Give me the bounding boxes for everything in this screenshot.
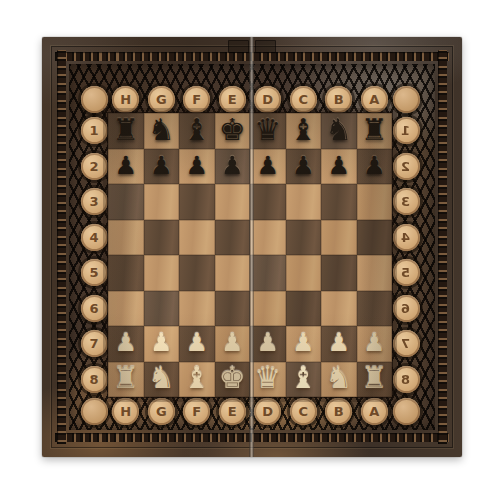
- rank-label-right-5-text: 5: [401, 266, 410, 279]
- square-c1[interactable]: ♝: [286, 113, 322, 149]
- file-label-top-b-text: B: [334, 93, 344, 106]
- piece-light-pawn[interactable]: ♟: [186, 330, 208, 355]
- square-d2[interactable]: ♟: [250, 149, 286, 185]
- file-label-bottom-a: A: [361, 398, 388, 425]
- file-label-top-c-text: C: [298, 93, 308, 106]
- file-label-bottom-g: G: [148, 398, 175, 425]
- piece-dark-pawn[interactable]: ♟: [115, 153, 137, 178]
- square-h2[interactable]: ♟: [108, 149, 144, 185]
- square-c8[interactable]: ♝: [286, 362, 322, 398]
- file-label-top-d-text: D: [262, 93, 273, 106]
- rank-label-left-5-text: 5: [89, 266, 98, 279]
- frame-end-cap-right: [255, 40, 276, 53]
- square-f6[interactable]: [179, 291, 215, 327]
- square-g1[interactable]: ♞: [144, 113, 180, 149]
- square-a6[interactable]: [357, 291, 393, 327]
- piece-dark-pawn[interactable]: ♟: [292, 153, 314, 178]
- square-e4[interactable]: [215, 220, 251, 256]
- file-label-bottom-g-text: G: [156, 405, 167, 418]
- rank-label-right-3: 3: [393, 188, 420, 215]
- carved-bead-border-top: [55, 52, 449, 61]
- file-label-bottom-d: D: [254, 398, 281, 425]
- file-label-top-h-text: H: [120, 93, 131, 106]
- square-d7[interactable]: ♟: [250, 326, 286, 362]
- square-c5[interactable]: [286, 255, 322, 291]
- piece-dark-rook[interactable]: ♜: [361, 115, 388, 145]
- frame-end-cap-left: [228, 40, 249, 53]
- piece-light-knight[interactable]: ♞: [148, 363, 175, 393]
- square-g4[interactable]: [144, 220, 180, 256]
- square-c6[interactable]: [286, 291, 322, 327]
- file-label-top-e: E: [219, 86, 246, 113]
- piece-light-pawn[interactable]: ♟: [150, 330, 172, 355]
- square-f7[interactable]: ♟: [179, 326, 215, 362]
- file-label-top-e-text: E: [228, 93, 237, 106]
- square-b2[interactable]: ♟: [321, 149, 357, 185]
- rank-label-right-7-text: 7: [401, 337, 410, 350]
- file-label-top-b: B: [325, 86, 352, 113]
- piece-dark-queen[interactable]: ♛: [254, 115, 281, 145]
- rank-label-left-5: 5: [81, 259, 108, 286]
- rank-label-left-3: 3: [81, 188, 108, 215]
- piece-light-queen[interactable]: ♛: [254, 363, 281, 393]
- piece-dark-rook[interactable]: ♜: [112, 115, 139, 145]
- carved-bead-border-bottom: [55, 433, 449, 442]
- square-h1[interactable]: ♜: [108, 113, 144, 149]
- file-label-bottom-h: H: [112, 398, 139, 425]
- rank-label-left-2: 2: [81, 153, 108, 180]
- file-label-bottom-b: B: [325, 398, 352, 425]
- piece-light-bishop[interactable]: ♝: [183, 363, 210, 393]
- file-label-bottom-a-text: A: [369, 405, 379, 418]
- piece-dark-pawn[interactable]: ♟: [257, 153, 279, 178]
- square-g6[interactable]: [144, 291, 180, 327]
- square-c3[interactable]: [286, 184, 322, 220]
- rank-label-left-4: 4: [81, 224, 108, 251]
- piece-dark-bishop[interactable]: ♝: [290, 115, 317, 145]
- file-label-top-c: C: [290, 86, 317, 113]
- square-e6[interactable]: [215, 291, 251, 327]
- square-a1[interactable]: ♜: [357, 113, 393, 149]
- rank-label-left-1-text: 1: [89, 124, 98, 137]
- square-a3[interactable]: [357, 184, 393, 220]
- square-b3[interactable]: [321, 184, 357, 220]
- square-e2[interactable]: ♟: [215, 149, 251, 185]
- square-a2[interactable]: ♟: [357, 149, 393, 185]
- square-f2[interactable]: ♟: [179, 149, 215, 185]
- square-e3[interactable]: [215, 184, 251, 220]
- file-label-bottom-c: C: [290, 398, 317, 425]
- rank-label-right-5: 5: [393, 259, 420, 286]
- square-f1[interactable]: ♝: [179, 113, 215, 149]
- square-h8[interactable]: ♜: [108, 362, 144, 398]
- file-label-top-f: F: [183, 86, 210, 113]
- square-b1[interactable]: ♞: [321, 113, 357, 149]
- piece-light-pawn[interactable]: ♟: [221, 330, 243, 355]
- square-f4[interactable]: [179, 220, 215, 256]
- square-f8[interactable]: ♝: [179, 362, 215, 398]
- piece-light-pawn[interactable]: ♟: [257, 330, 279, 355]
- file-label-bottom-f-text: F: [192, 405, 201, 418]
- rank-label-right-7: 7: [393, 330, 420, 357]
- square-e8[interactable]: ♚: [215, 362, 251, 398]
- piece-dark-pawn[interactable]: ♟: [328, 153, 350, 178]
- file-label-bottom-e-text: E: [228, 405, 237, 418]
- square-g2[interactable]: ♟: [144, 149, 180, 185]
- file-label-bottom-e: E: [219, 398, 246, 425]
- rank-label-right-2: 2: [393, 153, 420, 180]
- rank-label-left-6: 6: [81, 295, 108, 322]
- piece-light-rook[interactable]: ♜: [112, 363, 139, 393]
- rank-label-right-4-text: 4: [401, 231, 410, 244]
- piece-light-pawn[interactable]: ♟: [363, 330, 385, 355]
- square-d4[interactable]: [250, 220, 286, 256]
- piece-light-pawn[interactable]: ♟: [292, 330, 314, 355]
- corner-medallion-top-right: [393, 86, 420, 113]
- rank-label-left-6-text: 6: [89, 302, 98, 315]
- carved-bead-border-left: [57, 50, 66, 444]
- piece-dark-knight[interactable]: ♞: [148, 115, 175, 145]
- rank-label-right-1: 1: [393, 117, 420, 144]
- file-label-top-g: G: [148, 86, 175, 113]
- rank-label-left-7: 7: [81, 330, 108, 357]
- square-d1[interactable]: ♛: [250, 113, 286, 149]
- rank-label-right-6-text: 6: [401, 302, 410, 315]
- square-b8[interactable]: ♞: [321, 362, 357, 398]
- rank-label-left-8: 8: [81, 366, 108, 393]
- carved-bead-border-right: [438, 50, 447, 444]
- square-g7[interactable]: ♟: [144, 326, 180, 362]
- square-h7[interactable]: ♟: [108, 326, 144, 362]
- piece-dark-pawn[interactable]: ♟: [186, 153, 208, 178]
- file-label-top-h: H: [112, 86, 139, 113]
- square-e7[interactable]: ♟: [215, 326, 251, 362]
- file-label-bottom-f: F: [183, 398, 210, 425]
- square-f3[interactable]: [179, 184, 215, 220]
- piece-light-king[interactable]: ♚: [219, 363, 246, 393]
- piece-light-pawn[interactable]: ♟: [328, 330, 350, 355]
- square-g5[interactable]: [144, 255, 180, 291]
- rank-label-left-2-text: 2: [89, 160, 98, 173]
- square-b5[interactable]: [321, 255, 357, 291]
- piece-dark-pawn[interactable]: ♟: [363, 153, 385, 178]
- square-c2[interactable]: ♟: [286, 149, 322, 185]
- file-label-top-d: D: [254, 86, 281, 113]
- piece-dark-pawn[interactable]: ♟: [221, 153, 243, 178]
- file-label-top-f-text: F: [192, 93, 201, 106]
- rank-label-left-1: 1: [81, 117, 108, 144]
- square-h5[interactable]: [108, 255, 144, 291]
- piece-dark-bishop[interactable]: ♝: [183, 115, 210, 145]
- square-d3[interactable]: [250, 184, 286, 220]
- square-g8[interactable]: ♞: [144, 362, 180, 398]
- rank-label-right-8: 8: [393, 366, 420, 393]
- corner-medallion-bottom-right: [393, 398, 420, 425]
- square-h4[interactable]: [108, 220, 144, 256]
- square-d6[interactable]: [250, 291, 286, 327]
- chess-set-photo: HGFEDCBAHGFEDCBA1234567812345678 ♜♞♝♚♛♝♞…: [0, 0, 500, 497]
- square-b6[interactable]: [321, 291, 357, 327]
- file-label-bottom-d-text: D: [262, 405, 273, 418]
- piece-light-rook[interactable]: ♜: [361, 363, 388, 393]
- square-h3[interactable]: [108, 184, 144, 220]
- square-b4[interactable]: [321, 220, 357, 256]
- rank-label-right-1-text: 1: [401, 124, 410, 137]
- rank-label-left-3-text: 3: [89, 195, 98, 208]
- rank-label-left-7-text: 7: [89, 337, 98, 350]
- square-e1[interactable]: ♚: [215, 113, 251, 149]
- square-d8[interactable]: ♛: [250, 362, 286, 398]
- square-e5[interactable]: [215, 255, 251, 291]
- rank-label-right-4: 4: [393, 224, 420, 251]
- square-a8[interactable]: ♜: [357, 362, 393, 398]
- square-a5[interactable]: [357, 255, 393, 291]
- square-h6[interactable]: [108, 291, 144, 327]
- rank-label-right-2-text: 2: [401, 160, 410, 173]
- square-b7[interactable]: ♟: [321, 326, 357, 362]
- square-a7[interactable]: ♟: [357, 326, 393, 362]
- square-c4[interactable]: [286, 220, 322, 256]
- piece-light-knight[interactable]: ♞: [325, 363, 352, 393]
- square-a4[interactable]: [357, 220, 393, 256]
- squares-grid: ♜♞♝♚♛♝♞♜♟♟♟♟♟♟♟♟♟♟♟♟♟♟♟♟♜♞♝♚♛♝♞♜: [108, 113, 392, 397]
- corner-medallion-bottom-left: [81, 398, 108, 425]
- square-c7[interactable]: ♟: [286, 326, 322, 362]
- square-f5[interactable]: [179, 255, 215, 291]
- rank-label-right-3-text: 3: [401, 195, 410, 208]
- chess-board: HGFEDCBAHGFEDCBA1234567812345678 ♜♞♝♚♛♝♞…: [42, 37, 462, 457]
- piece-dark-king[interactable]: ♚: [219, 115, 246, 145]
- file-label-top-g-text: G: [156, 93, 167, 106]
- rank-label-right-6: 6: [393, 295, 420, 322]
- square-d5[interactable]: [250, 255, 286, 291]
- file-label-top-a-text: A: [369, 93, 379, 106]
- rank-label-left-8-text: 8: [89, 373, 98, 386]
- piece-dark-knight[interactable]: ♞: [325, 115, 352, 145]
- file-label-bottom-c-text: C: [298, 405, 308, 418]
- file-label-top-a: A: [361, 86, 388, 113]
- rank-label-right-8-text: 8: [401, 373, 410, 386]
- piece-light-bishop[interactable]: ♝: [290, 363, 317, 393]
- piece-dark-pawn[interactable]: ♟: [150, 153, 172, 178]
- rank-label-left-4-text: 4: [89, 231, 98, 244]
- square-g3[interactable]: [144, 184, 180, 220]
- file-label-bottom-b-text: B: [334, 405, 344, 418]
- piece-light-pawn[interactable]: ♟: [115, 330, 137, 355]
- file-label-bottom-h-text: H: [120, 405, 131, 418]
- corner-medallion-top-left: [81, 86, 108, 113]
